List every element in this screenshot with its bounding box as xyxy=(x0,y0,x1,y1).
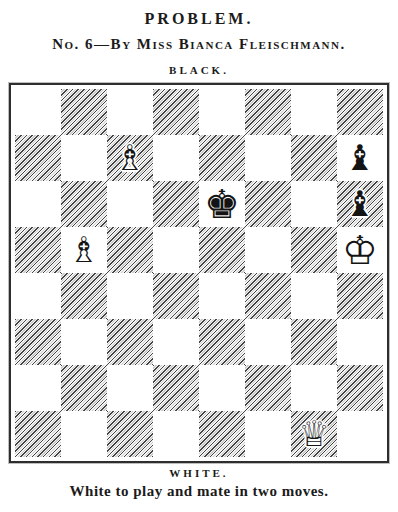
black-bishop-h6: ♝ xyxy=(344,187,375,222)
white-king-h5: ♔ xyxy=(342,230,378,270)
square-c6 xyxy=(107,181,153,227)
page-title: PROBLEM. xyxy=(0,10,398,28)
square-d7 xyxy=(153,135,199,181)
square-b6 xyxy=(61,181,107,227)
square-d4 xyxy=(153,273,199,319)
square-d5 xyxy=(153,227,199,273)
black-bishop-h7: ♝ xyxy=(344,141,375,176)
square-d2 xyxy=(153,365,199,411)
square-f1 xyxy=(245,411,291,457)
square-f3 xyxy=(245,319,291,365)
scanned-chess-problem-page: PROBLEM. No. 6—By Miss Bianca Fleischman… xyxy=(0,0,398,512)
square-d8 xyxy=(153,89,199,135)
square-f6 xyxy=(245,181,291,227)
square-h5: ♔ xyxy=(337,227,383,273)
square-e2 xyxy=(199,365,245,411)
black-side-label: BLACK. xyxy=(0,64,398,76)
square-c4 xyxy=(107,273,153,319)
white-bishop-c7: ♗ xyxy=(114,141,145,176)
square-b8 xyxy=(61,89,107,135)
white-queen-g1: ♕ xyxy=(298,417,329,452)
chess-board: ♗♝♚♝♗♔♕ xyxy=(9,83,389,463)
square-a7 xyxy=(15,135,61,181)
square-a1 xyxy=(15,411,61,457)
square-g1: ♕ xyxy=(291,411,337,457)
square-h8 xyxy=(337,89,383,135)
square-e1 xyxy=(199,411,245,457)
square-f8 xyxy=(245,89,291,135)
square-b7 xyxy=(61,135,107,181)
square-c8 xyxy=(107,89,153,135)
problem-byline: No. 6—By Miss Bianca Fleischmann. xyxy=(0,36,398,53)
square-g7 xyxy=(291,135,337,181)
square-e8 xyxy=(199,89,245,135)
square-h2 xyxy=(337,365,383,411)
square-c1 xyxy=(107,411,153,457)
square-h6: ♝ xyxy=(337,181,383,227)
square-h1 xyxy=(337,411,383,457)
square-h3 xyxy=(337,319,383,365)
square-f2 xyxy=(245,365,291,411)
square-g3 xyxy=(291,319,337,365)
square-b5: ♗ xyxy=(61,227,107,273)
square-f7 xyxy=(245,135,291,181)
square-a5 xyxy=(15,227,61,273)
square-b3 xyxy=(61,319,107,365)
square-f5 xyxy=(245,227,291,273)
white-bishop-b5: ♗ xyxy=(68,233,99,268)
square-h4 xyxy=(337,273,383,319)
square-f4 xyxy=(245,273,291,319)
square-a2 xyxy=(15,365,61,411)
square-d3 xyxy=(153,319,199,365)
square-c7: ♗ xyxy=(107,135,153,181)
square-g6 xyxy=(291,181,337,227)
square-a4 xyxy=(15,273,61,319)
white-side-label: WHITE. xyxy=(0,467,398,479)
square-g8 xyxy=(291,89,337,135)
square-d1 xyxy=(153,411,199,457)
square-g5 xyxy=(291,227,337,273)
square-e3 xyxy=(199,319,245,365)
square-a6 xyxy=(15,181,61,227)
square-a3 xyxy=(15,319,61,365)
square-b1 xyxy=(61,411,107,457)
square-e7 xyxy=(199,135,245,181)
square-b2 xyxy=(61,365,107,411)
stipulation-text: White to play and mate in two moves. xyxy=(0,483,398,500)
square-h7: ♝ xyxy=(337,135,383,181)
square-d6 xyxy=(153,181,199,227)
square-c5 xyxy=(107,227,153,273)
square-b4 xyxy=(61,273,107,319)
square-e6: ♚ xyxy=(199,181,245,227)
square-g4 xyxy=(291,273,337,319)
square-e4 xyxy=(199,273,245,319)
square-c3 xyxy=(107,319,153,365)
square-c2 xyxy=(107,365,153,411)
square-a8 xyxy=(15,89,61,135)
square-g2 xyxy=(291,365,337,411)
black-king-e6: ♚ xyxy=(204,184,240,224)
square-e5 xyxy=(199,227,245,273)
